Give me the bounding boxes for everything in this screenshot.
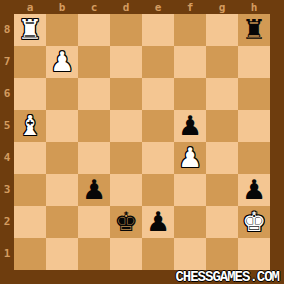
square-h7 [238,46,270,78]
square-e2: ♟ [142,206,174,238]
chess-diagram: ♜♜♟♝♟♟♟♟♚♟♚ abcdefgh 87654321 CHESSGAMES… [0,0,284,284]
square-d4 [110,142,142,174]
square-g8 [206,14,238,46]
square-f7 [174,46,206,78]
square-b4 [46,142,78,174]
square-h1 [238,238,270,270]
square-c2 [78,206,110,238]
file-label-g: g [206,0,238,14]
rank-label-5: 5 [0,110,14,142]
square-d2: ♚ [110,206,142,238]
square-c4 [78,142,110,174]
file-label-c: c [78,0,110,14]
square-g2 [206,206,238,238]
square-a8: ♜ [14,14,46,46]
square-b2 [46,206,78,238]
rank-label-6: 6 [0,78,14,110]
file-label-d: d [110,0,142,14]
square-d1 [110,238,142,270]
piece-black-pawn: ♟ [146,206,170,238]
square-d5 [110,110,142,142]
square-a5: ♝ [14,110,46,142]
square-c8 [78,14,110,46]
square-g5 [206,110,238,142]
square-h8: ♜ [238,14,270,46]
rank-label-7: 7 [0,46,14,78]
site-credit: CHESSGAMES.COM [175,270,279,284]
square-a3 [14,174,46,206]
rank-label-1: 1 [0,238,14,270]
square-f1 [174,238,206,270]
rank-label-8: 8 [0,14,14,46]
square-h6 [238,78,270,110]
square-f3 [174,174,206,206]
piece-white-pawn: ♟ [178,142,202,174]
square-e5 [142,110,174,142]
square-e6 [142,78,174,110]
square-e4 [142,142,174,174]
square-g1 [206,238,238,270]
piece-black-pawn: ♟ [178,110,202,142]
square-b7: ♟ [46,46,78,78]
square-c6 [78,78,110,110]
square-g3 [206,174,238,206]
square-e3 [142,174,174,206]
square-g6 [206,78,238,110]
rank-label-2: 2 [0,206,14,238]
square-h5 [238,110,270,142]
square-e8 [142,14,174,46]
square-b6 [46,78,78,110]
square-b5 [46,110,78,142]
piece-black-king: ♚ [114,206,138,238]
square-g4 [206,142,238,174]
square-f5: ♟ [174,110,206,142]
file-label-e: e [142,0,174,14]
piece-black-pawn: ♟ [82,174,106,206]
square-b3 [46,174,78,206]
square-c3: ♟ [78,174,110,206]
square-a1 [14,238,46,270]
piece-black-rook: ♜ [242,14,266,46]
square-b8 [46,14,78,46]
square-b1 [46,238,78,270]
piece-white-pawn: ♟ [50,46,74,78]
piece-black-pawn: ♟ [242,174,266,206]
square-d7 [110,46,142,78]
square-e7 [142,46,174,78]
square-a4 [14,142,46,174]
square-a6 [14,78,46,110]
square-c1 [78,238,110,270]
square-d8 [110,14,142,46]
square-g7 [206,46,238,78]
file-label-f: f [174,0,206,14]
square-h4 [238,142,270,174]
chess-board: ♜♜♟♝♟♟♟♟♚♟♚ [14,14,270,270]
file-label-a: a [14,0,46,14]
file-label-h: h [238,0,270,14]
square-a2 [14,206,46,238]
file-label-b: b [46,0,78,14]
square-h3: ♟ [238,174,270,206]
square-f2 [174,206,206,238]
square-f6 [174,78,206,110]
square-h2: ♚ [238,206,270,238]
rank-label-4: 4 [0,142,14,174]
square-c5 [78,110,110,142]
square-d3 [110,174,142,206]
rank-label-3: 3 [0,174,14,206]
square-d6 [110,78,142,110]
piece-white-bishop: ♝ [18,110,42,142]
square-a7 [14,46,46,78]
square-c7 [78,46,110,78]
square-e1 [142,238,174,270]
piece-white-king: ♚ [242,206,266,238]
square-f4: ♟ [174,142,206,174]
square-f8 [174,14,206,46]
piece-white-rook: ♜ [18,14,42,46]
